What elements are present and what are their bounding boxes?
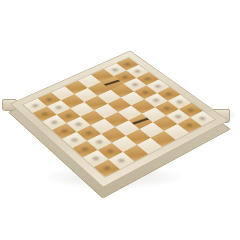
board-grid: ♜♞♝♛♚♝♞♜♟♟♟♟♟♟♟♟♟♟♟♟♟♟♟♟♜♞♝♛♚♝♞♜: [22, 57, 216, 178]
scene: ♜♞♝♛♚♝♞♜♟♟♟♟♟♟♟♟♟♟♟♟♟♟♟♟♜♞♝♛♚♝♞♜: [0, 0, 240, 240]
white-rook: ♜: [57, 132, 155, 169]
black-pawn: ♟: [143, 98, 235, 126]
square-h1: ♜: [94, 159, 120, 176]
chess-board: ♜♞♝♛♚♝♞♜♟♟♟♟♟♟♟♟♟♟♟♟♟♟♟♟♜♞♝♛♚♝♞♜: [10, 51, 229, 188]
board-frame: ♜♞♝♛♚♝♞♜♟♟♟♟♟♟♟♟♟♟♟♟♟♟♟♟♜♞♝♛♚♝♞♜: [10, 51, 229, 188]
chess-set-photo: ♜♞♝♛♚♝♞♜♟♟♟♟♟♟♟♟♟♟♟♟♟♟♟♟♜♞♝♛♚♝♞♜: [0, 0, 240, 240]
